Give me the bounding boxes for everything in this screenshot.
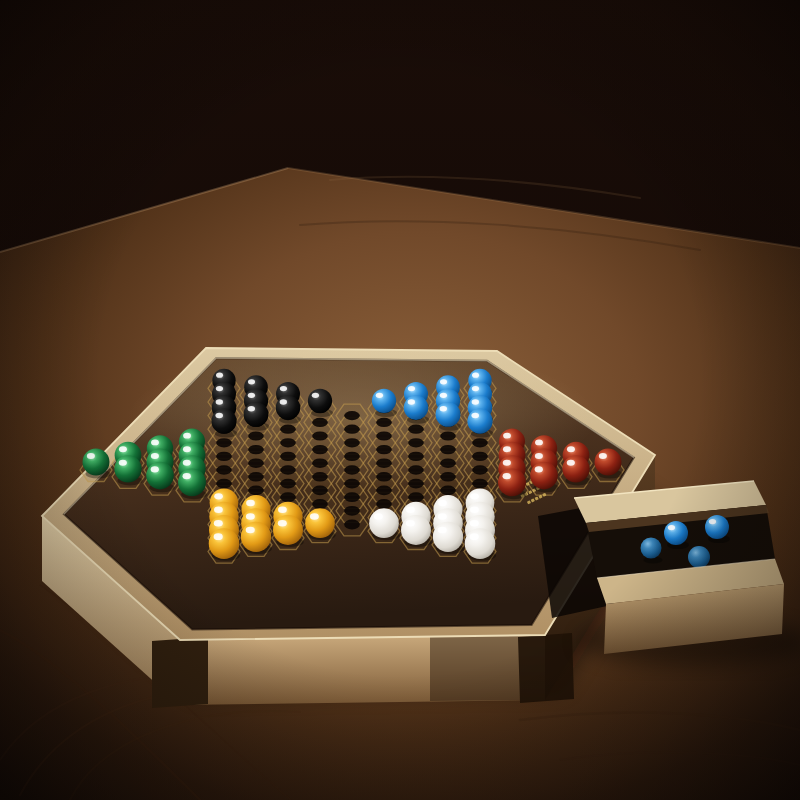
- photo-scene: [0, 0, 800, 800]
- vignette: [0, 0, 800, 800]
- screenshot: [0, 0, 800, 800]
